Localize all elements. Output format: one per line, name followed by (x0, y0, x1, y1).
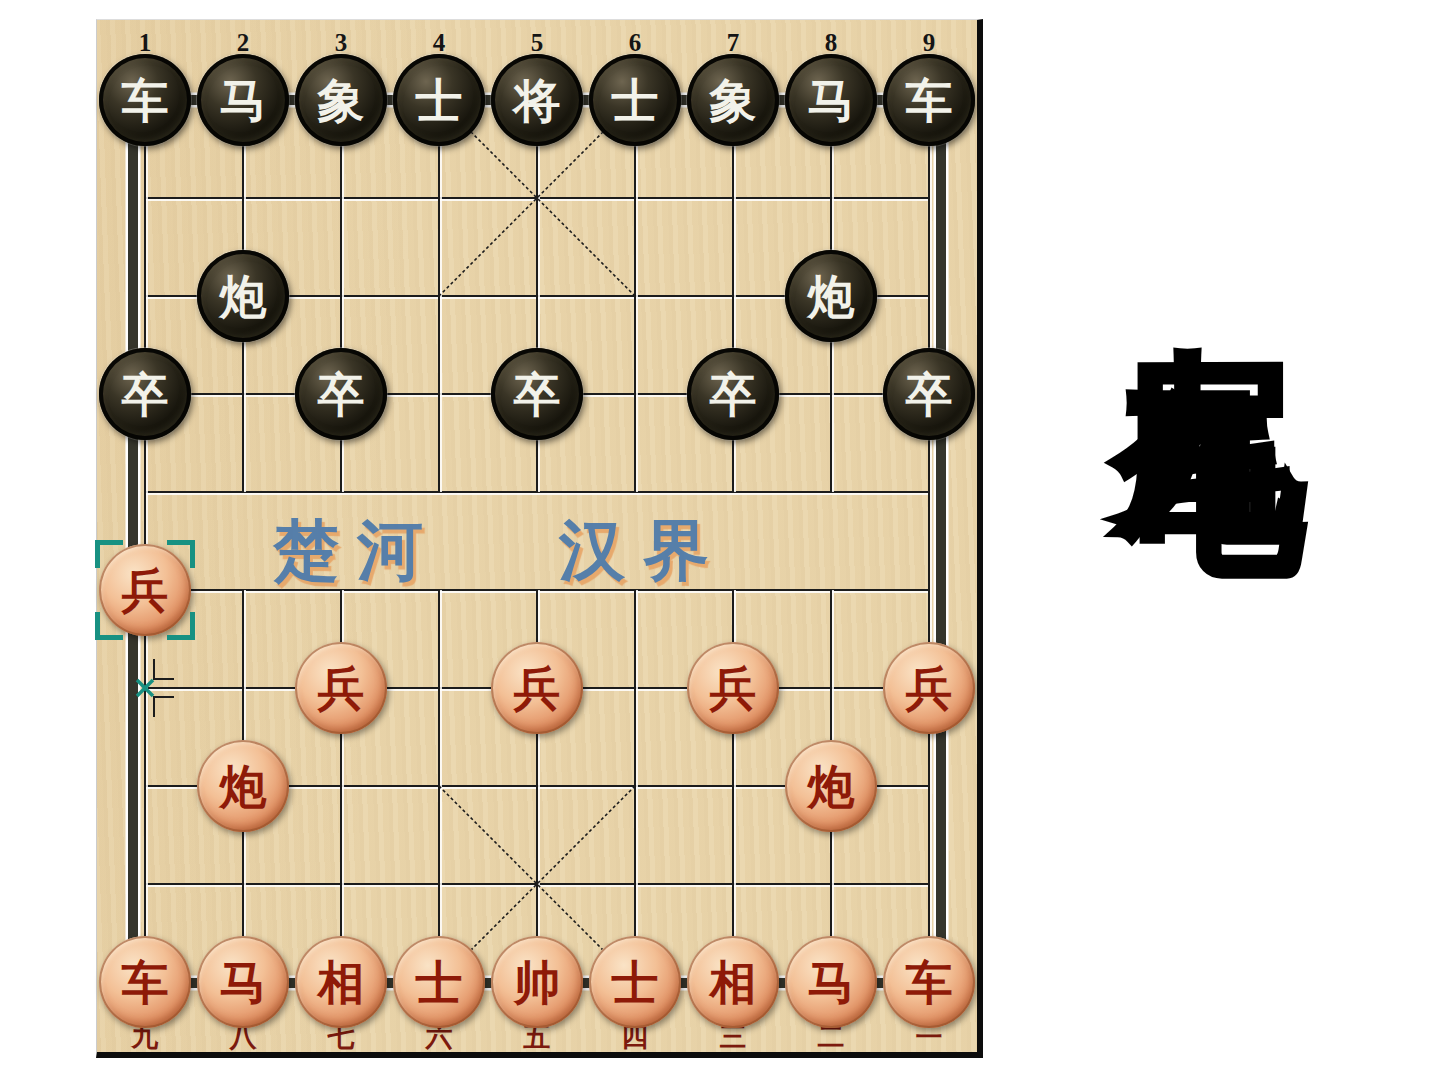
piece-red-soldier[interactable]: 兵 (295, 642, 387, 734)
piece-red-horse[interactable]: 马 (785, 936, 877, 1028)
piece-black-soldier[interactable]: 卒 (99, 348, 191, 440)
xiangqi-board[interactable]: 123456789 九八七六五四三二一 楚河 汉界 车马象士将士象马车炮炮卒卒卒… (96, 19, 983, 1058)
file-label-top-5: 5 (523, 29, 551, 57)
piece-black-horse[interactable]: 马 (197, 54, 289, 146)
river-text-left: 楚河 (247, 506, 467, 596)
piece-red-chariot[interactable]: 车 (883, 936, 975, 1028)
piece-glyph: 马 (808, 959, 855, 1006)
piece-red-soldier[interactable]: 兵 (491, 642, 583, 734)
piece-glyph: 士 (416, 959, 463, 1006)
file-label-top-8: 8 (817, 29, 845, 57)
piece-glyph: 马 (220, 959, 267, 1006)
piece-red-advisor[interactable]: 士 (589, 936, 681, 1028)
file-label-top-6: 6 (621, 29, 649, 57)
file-label-top-4: 4 (425, 29, 453, 57)
piece-glyph: 卒 (710, 371, 757, 418)
piece-black-advisor[interactable]: 士 (393, 54, 485, 146)
piece-black-elephant[interactable]: 象 (687, 54, 779, 146)
piece-red-advisor[interactable]: 士 (393, 936, 485, 1028)
piece-glyph: 车 (122, 77, 169, 124)
piece-black-chariot[interactable]: 车 (883, 54, 975, 146)
piece-glyph: 马 (808, 77, 855, 124)
piece-glyph: 兵 (122, 567, 169, 614)
piece-red-elephant[interactable]: 相 (687, 936, 779, 1028)
piece-black-elephant[interactable]: 象 (295, 54, 387, 146)
piece-glyph: 炮 (808, 273, 855, 320)
piece-black-soldier[interactable]: 卒 (687, 348, 779, 440)
piece-red-soldier[interactable]: 兵 (99, 544, 191, 636)
piece-glyph: 兵 (710, 665, 757, 712)
piece-glyph: 相 (318, 959, 365, 1006)
piece-glyph: 卒 (514, 371, 561, 418)
screenshot: 123456789 九八七六五四三二一 楚河 汉界 车马象士将士象马车炮炮卒卒卒… (0, 0, 1440, 1080)
piece-glyph: 兵 (514, 665, 561, 712)
piece-glyph: 炮 (220, 763, 267, 810)
piece-glyph: 兵 (318, 665, 365, 712)
piece-glyph: 士 (612, 77, 659, 124)
piece-red-elephant[interactable]: 相 (295, 936, 387, 1028)
piece-red-chariot[interactable]: 车 (99, 936, 191, 1028)
piece-glyph: 炮 (220, 273, 267, 320)
piece-glyph: 象 (318, 77, 365, 124)
piece-glyph: 帅 (514, 959, 561, 1006)
file-label-top-2: 2 (229, 29, 257, 57)
piece-glyph: 兵 (906, 665, 953, 712)
piece-black-soldier[interactable]: 卒 (491, 348, 583, 440)
piece-glyph: 卒 (122, 371, 169, 418)
piece-glyph: 卒 (906, 371, 953, 418)
piece-black-cannon[interactable]: 炮 (785, 250, 877, 342)
piece-glyph: 相 (710, 959, 757, 1006)
piece-black-horse[interactable]: 马 (785, 54, 877, 146)
file-label-top-3: 3 (327, 29, 355, 57)
piece-red-cannon[interactable]: 炮 (785, 740, 877, 832)
piece-red-cannon[interactable]: 炮 (197, 740, 289, 832)
opening-title: 九尾龟 (1098, 192, 1324, 892)
piece-glyph: 车 (906, 959, 953, 1006)
piece-glyph: 卒 (318, 371, 365, 418)
file-label-top-7: 7 (719, 29, 747, 57)
river-text-right: 汉界 (533, 506, 753, 596)
piece-glyph: 士 (416, 77, 463, 124)
piece-black-general[interactable]: 将 (491, 54, 583, 146)
piece-red-soldier[interactable]: 兵 (687, 642, 779, 734)
piece-black-cannon[interactable]: 炮 (197, 250, 289, 342)
piece-black-soldier[interactable]: 卒 (295, 348, 387, 440)
piece-glyph: 车 (906, 77, 953, 124)
file-label-top-9: 9 (915, 29, 943, 57)
piece-black-soldier[interactable]: 卒 (883, 348, 975, 440)
piece-black-advisor[interactable]: 士 (589, 54, 681, 146)
piece-red-general[interactable]: 帅 (491, 936, 583, 1028)
piece-glyph: 士 (612, 959, 659, 1006)
piece-glyph: 象 (710, 77, 757, 124)
piece-red-soldier[interactable]: 兵 (883, 642, 975, 734)
piece-glyph: 马 (220, 77, 267, 124)
piece-red-horse[interactable]: 马 (197, 936, 289, 1028)
piece-glyph: 将 (514, 77, 561, 124)
file-label-top-1: 1 (131, 29, 159, 57)
piece-black-chariot[interactable]: 车 (99, 54, 191, 146)
piece-glyph: 炮 (808, 763, 855, 810)
piece-glyph: 车 (122, 959, 169, 1006)
